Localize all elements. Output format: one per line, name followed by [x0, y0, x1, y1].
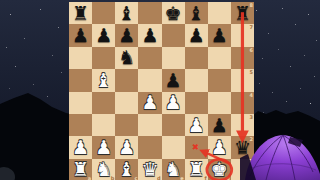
- square-a7[interactable]: [69, 24, 92, 46]
- rank-label-3: 3: [250, 115, 253, 120]
- square-e4[interactable]: [162, 92, 185, 114]
- square-f6[interactable]: [185, 47, 208, 69]
- file-label-d: d: [157, 176, 161, 180]
- square-h7[interactable]: 7: [231, 24, 254, 46]
- square-g7[interactable]: [208, 24, 231, 46]
- square-a3[interactable]: [69, 114, 92, 136]
- square-h6[interactable]: 6: [231, 47, 254, 69]
- square-f3[interactable]: [185, 114, 208, 136]
- square-c7[interactable]: [115, 24, 138, 46]
- file-label-a: a: [88, 176, 91, 180]
- square-a4[interactable]: [69, 92, 92, 114]
- square-g1[interactable]: g: [208, 159, 231, 180]
- tent-image: [240, 130, 320, 180]
- square-c2[interactable]: [115, 136, 138, 158]
- square-e8[interactable]: [162, 2, 185, 24]
- rank-label-6: 6: [250, 48, 253, 53]
- rank-label-4: 4: [250, 93, 253, 98]
- square-g6[interactable]: [208, 47, 231, 69]
- square-c6[interactable]: [115, 47, 138, 69]
- square-e1[interactable]: e: [162, 159, 185, 180]
- square-g5[interactable]: [208, 69, 231, 91]
- square-d4[interactable]: [138, 92, 161, 114]
- square-a2[interactable]: [69, 136, 92, 158]
- square-h4[interactable]: 4: [231, 92, 254, 114]
- file-label-f: f: [205, 176, 207, 180]
- file-label-e: e: [180, 176, 183, 180]
- square-b1[interactable]: b: [92, 159, 115, 180]
- square-d1[interactable]: d: [138, 159, 161, 180]
- square-a6[interactable]: [69, 47, 92, 69]
- file-label-g: g: [226, 176, 230, 180]
- square-b2[interactable]: [92, 136, 115, 158]
- square-c4[interactable]: [115, 92, 138, 114]
- square-b8[interactable]: [92, 2, 115, 24]
- square-a8[interactable]: [69, 2, 92, 24]
- square-b4[interactable]: [92, 92, 115, 114]
- rank-label-5: 5: [250, 70, 253, 75]
- chess-board[interactable]: 8765432abcdefg1h♜♝♚♝♜♟♟♟♟♟♟♞♝♟♟♟♟♟♟♟♟♟♛♜…: [69, 2, 254, 180]
- square-g8[interactable]: [208, 2, 231, 24]
- square-e3[interactable]: [162, 114, 185, 136]
- square-b6[interactable]: [92, 47, 115, 69]
- square-c5[interactable]: [115, 69, 138, 91]
- square-c3[interactable]: [115, 114, 138, 136]
- file-label-c: c: [134, 176, 137, 180]
- rank-label-7: 7: [250, 25, 253, 30]
- thumbnail-scene: 8765432abcdefg1h♜♝♚♝♜♟♟♟♟♟♟♞♝♟♟♟♟♟♟♟♟♟♛♜…: [0, 0, 320, 180]
- square-f5[interactable]: [185, 69, 208, 91]
- square-e5[interactable]: [162, 69, 185, 91]
- square-h5[interactable]: 5: [231, 69, 254, 91]
- file-label-b: b: [111, 176, 115, 180]
- square-a1[interactable]: a: [69, 159, 92, 180]
- square-f1[interactable]: f: [185, 159, 208, 180]
- square-c8[interactable]: [115, 2, 138, 24]
- square-b7[interactable]: [92, 24, 115, 46]
- rank-label-8: 8: [250, 3, 253, 8]
- square-f7[interactable]: [185, 24, 208, 46]
- square-g3[interactable]: [208, 114, 231, 136]
- square-e2[interactable]: [162, 136, 185, 158]
- square-b5[interactable]: [92, 69, 115, 91]
- square-d2[interactable]: [138, 136, 161, 158]
- square-a5[interactable]: [69, 69, 92, 91]
- square-b3[interactable]: [92, 114, 115, 136]
- square-f4[interactable]: [185, 92, 208, 114]
- square-f2[interactable]: [185, 136, 208, 158]
- square-f8[interactable]: [185, 2, 208, 24]
- square-c1[interactable]: c: [115, 159, 138, 180]
- square-d8[interactable]: [138, 2, 161, 24]
- square-d3[interactable]: [138, 114, 161, 136]
- square-d6[interactable]: [138, 47, 161, 69]
- square-g2[interactable]: [208, 136, 231, 158]
- square-d7[interactable]: [138, 24, 161, 46]
- square-g4[interactable]: [208, 92, 231, 114]
- square-e7[interactable]: [162, 24, 185, 46]
- square-e6[interactable]: [162, 47, 185, 69]
- square-h8[interactable]: 8: [231, 2, 254, 24]
- square-d5[interactable]: [138, 69, 161, 91]
